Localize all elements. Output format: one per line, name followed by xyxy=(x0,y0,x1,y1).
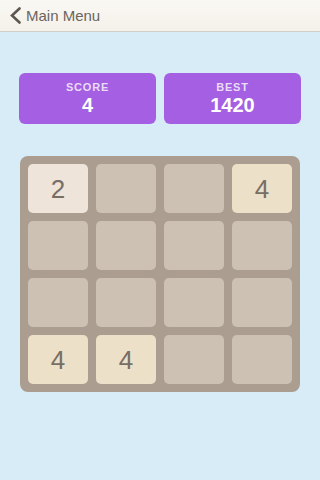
tile-4: 4 xyxy=(232,164,292,213)
best-value: 1420 xyxy=(210,95,255,115)
empty-cell xyxy=(164,164,224,213)
empty-cell xyxy=(96,164,156,213)
best-label: BEST xyxy=(216,82,249,93)
scoreboard: SCORE 4 BEST 1420 xyxy=(0,73,320,124)
tile-4: 4 xyxy=(28,335,88,384)
empty-cell xyxy=(96,278,156,327)
empty-cell xyxy=(96,221,156,270)
empty-cell xyxy=(164,335,224,384)
empty-cell xyxy=(164,221,224,270)
score-label: SCORE xyxy=(66,82,109,93)
best-box: BEST 1420 xyxy=(164,73,301,124)
tile-2: 2 xyxy=(28,164,88,213)
score-value: 4 xyxy=(82,95,93,115)
empty-cell xyxy=(232,335,292,384)
score-box: SCORE 4 xyxy=(19,73,156,124)
empty-cell xyxy=(28,278,88,327)
empty-cell xyxy=(28,221,88,270)
main-menu-back-button[interactable]: Main Menu xyxy=(10,7,100,24)
empty-cell xyxy=(232,221,292,270)
back-button-label: Main Menu xyxy=(26,8,100,24)
back-chevron-icon xyxy=(10,7,21,24)
navbar: Main Menu xyxy=(0,0,320,32)
tile-4: 4 xyxy=(96,335,156,384)
empty-cell xyxy=(232,278,292,327)
board[interactable]: 2444 xyxy=(20,156,300,392)
empty-cell xyxy=(164,278,224,327)
